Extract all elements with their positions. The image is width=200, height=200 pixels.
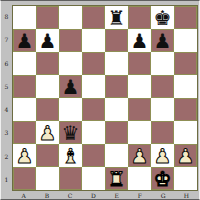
piece-white-bishop[interactable]: ♝	[62, 146, 80, 166]
file-coordinates: ABCDEFGH	[12, 191, 198, 199]
file-label-g: G	[152, 191, 175, 199]
square-c2[interactable]: ♝	[59, 144, 82, 167]
square-b1[interactable]	[36, 167, 59, 190]
square-c6[interactable]	[59, 52, 82, 75]
square-e3[interactable]	[105, 121, 128, 144]
piece-black-king[interactable]: ♚	[154, 8, 172, 28]
square-c5[interactable]: ♟	[59, 75, 82, 98]
piece-black-pawn[interactable]: ♟	[62, 77, 80, 97]
piece-black-queen[interactable]: ♛	[62, 123, 80, 143]
square-c1[interactable]	[59, 167, 82, 190]
rank-label-6: 6	[1, 52, 12, 75]
square-b8[interactable]	[36, 6, 59, 29]
square-e8[interactable]: ♜	[105, 6, 128, 29]
rank-label-8: 8	[1, 5, 12, 28]
square-b3[interactable]: ♟	[36, 121, 59, 144]
square-h2[interactable]: ♟	[174, 144, 197, 167]
square-e4[interactable]	[105, 98, 128, 121]
square-h3[interactable]	[174, 121, 197, 144]
square-b6[interactable]	[36, 52, 59, 75]
square-h1[interactable]	[174, 167, 197, 190]
file-label-b: B	[35, 191, 58, 199]
square-g3[interactable]	[151, 121, 174, 144]
square-a5[interactable]	[13, 75, 36, 98]
square-a7[interactable]: ♟	[13, 29, 36, 52]
piece-white-pawn[interactable]: ♟	[16, 146, 34, 166]
square-e6[interactable]	[105, 52, 128, 75]
square-a6[interactable]	[13, 52, 36, 75]
square-a8[interactable]	[13, 6, 36, 29]
piece-black-pawn[interactable]: ♟	[154, 31, 172, 51]
square-b7[interactable]: ♟	[36, 29, 59, 52]
square-e7[interactable]	[105, 29, 128, 52]
rank-label-5: 5	[1, 75, 12, 98]
square-b5[interactable]	[36, 75, 59, 98]
square-a4[interactable]	[13, 98, 36, 121]
square-g6[interactable]	[151, 52, 174, 75]
square-h6[interactable]	[174, 52, 197, 75]
square-c7[interactable]	[59, 29, 82, 52]
square-d5[interactable]	[82, 75, 105, 98]
piece-white-king[interactable]: ♚	[154, 169, 172, 189]
piece-white-pawn[interactable]: ♟	[154, 146, 172, 166]
square-f2[interactable]: ♟	[128, 144, 151, 167]
file-label-c: C	[59, 191, 82, 199]
square-f4[interactable]	[128, 98, 151, 121]
square-f5[interactable]	[128, 75, 151, 98]
rank-label-7: 7	[1, 28, 12, 51]
piece-white-rook[interactable]: ♜	[108, 169, 126, 189]
square-f6[interactable]	[128, 52, 151, 75]
piece-black-pawn[interactable]: ♟	[131, 31, 149, 51]
board: ♜♚♟♟♟♟♟♟♛♟♝♟♟♟♜♚	[12, 5, 198, 191]
square-h7[interactable]	[174, 29, 197, 52]
square-f8[interactable]	[128, 6, 151, 29]
square-c4[interactable]	[59, 98, 82, 121]
square-e2[interactable]	[105, 144, 128, 167]
square-c3[interactable]: ♛	[59, 121, 82, 144]
square-g2[interactable]: ♟	[151, 144, 174, 167]
square-h4[interactable]	[174, 98, 197, 121]
square-a3[interactable]	[13, 121, 36, 144]
rank-label-2: 2	[1, 145, 12, 168]
piece-black-rook[interactable]: ♜	[108, 8, 126, 28]
piece-white-pawn[interactable]: ♟	[39, 123, 57, 143]
rank-label-1: 1	[1, 168, 12, 191]
piece-black-pawn[interactable]: ♟	[39, 31, 57, 51]
piece-white-pawn[interactable]: ♟	[177, 146, 195, 166]
square-h8[interactable]	[174, 6, 197, 29]
piece-white-pawn[interactable]: ♟	[131, 146, 149, 166]
chessboard-window: 87654321 ♜♚♟♟♟♟♟♟♛♟♝♟♟♟♜♚ ABCDEFGH	[0, 0, 200, 200]
rank-label-4: 4	[1, 98, 12, 121]
square-d1[interactable]	[82, 167, 105, 190]
square-d7[interactable]	[82, 29, 105, 52]
square-d6[interactable]	[82, 52, 105, 75]
square-b2[interactable]	[36, 144, 59, 167]
square-c8[interactable]	[59, 6, 82, 29]
file-label-d: D	[82, 191, 105, 199]
file-label-f: F	[128, 191, 151, 199]
square-g4[interactable]	[151, 98, 174, 121]
piece-black-pawn[interactable]: ♟	[16, 31, 34, 51]
square-g5[interactable]	[151, 75, 174, 98]
square-g7[interactable]: ♟	[151, 29, 174, 52]
square-e5[interactable]	[105, 75, 128, 98]
square-d3[interactable]	[82, 121, 105, 144]
square-b4[interactable]	[36, 98, 59, 121]
file-label-e: E	[105, 191, 128, 199]
file-label-a: A	[12, 191, 35, 199]
square-e1[interactable]: ♜	[105, 167, 128, 190]
square-a2[interactable]: ♟	[13, 144, 36, 167]
square-f7[interactable]: ♟	[128, 29, 151, 52]
square-h5[interactable]	[174, 75, 197, 98]
rank-coordinates: 87654321	[1, 5, 12, 191]
square-d4[interactable]	[82, 98, 105, 121]
file-label-h: H	[175, 191, 198, 199]
square-d8[interactable]	[82, 6, 105, 29]
square-g1[interactable]: ♚	[151, 167, 174, 190]
rank-label-3: 3	[1, 121, 12, 144]
square-f3[interactable]	[128, 121, 151, 144]
square-d2[interactable]	[82, 144, 105, 167]
square-f1[interactable]	[128, 167, 151, 190]
square-g8[interactable]: ♚	[151, 6, 174, 29]
square-a1[interactable]	[13, 167, 36, 190]
